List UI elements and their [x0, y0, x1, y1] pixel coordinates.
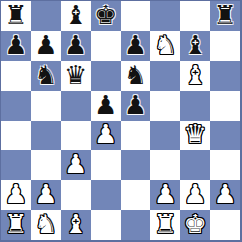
square-b8[interactable]	[31, 1, 61, 31]
square-a1[interactable]: ♜	[1, 210, 31, 240]
square-c3[interactable]: ♟	[61, 150, 91, 180]
square-d7[interactable]	[91, 31, 121, 61]
piece-white-queen: ♛	[184, 121, 207, 147]
piece-black-knight: ♞	[124, 62, 147, 88]
square-c2[interactable]	[61, 180, 91, 210]
square-h3[interactable]	[210, 150, 240, 180]
square-f8[interactable]	[150, 1, 180, 31]
square-g7[interactable]: ♝	[180, 31, 210, 61]
piece-black-pawn: ♟	[34, 32, 57, 58]
square-h8[interactable]: ♜	[210, 1, 240, 31]
square-f1[interactable]: ♜	[150, 210, 180, 240]
square-e5[interactable]: ♟	[121, 91, 151, 121]
piece-white-pawn: ♟	[154, 181, 177, 207]
square-e1[interactable]	[121, 210, 151, 240]
piece-white-rook: ♜	[154, 211, 177, 237]
square-d4[interactable]: ♟	[91, 121, 121, 151]
piece-white-pawn: ♟	[34, 181, 57, 207]
piece-white-rook: ♜	[4, 211, 27, 237]
piece-white-pawn: ♟	[213, 181, 236, 207]
square-d3[interactable]	[91, 150, 121, 180]
piece-black-king: ♚	[94, 2, 117, 28]
square-c6[interactable]: ♛	[61, 61, 91, 91]
square-a8[interactable]: ♜	[1, 1, 31, 31]
piece-black-bishop: ♝	[184, 32, 207, 58]
piece-white-bishop: ♝	[64, 211, 87, 237]
square-d5[interactable]: ♟	[91, 91, 121, 121]
piece-white-pawn: ♟	[184, 181, 207, 207]
square-e2[interactable]	[121, 180, 151, 210]
square-b7[interactable]: ♟	[31, 31, 61, 61]
square-c1[interactable]: ♝	[61, 210, 91, 240]
piece-white-knight: ♞	[34, 211, 57, 237]
square-b4[interactable]	[31, 121, 61, 151]
piece-black-rook: ♜	[213, 2, 236, 28]
square-a3[interactable]	[1, 150, 31, 180]
piece-white-bishop: ♝	[184, 62, 207, 88]
square-g3[interactable]	[180, 150, 210, 180]
piece-white-king: ♚	[184, 211, 207, 237]
piece-black-bishop: ♝	[64, 2, 87, 28]
square-a5[interactable]	[1, 91, 31, 121]
square-d8[interactable]: ♚	[91, 1, 121, 31]
piece-black-pawn: ♟	[64, 32, 87, 58]
piece-white-pawn: ♟	[4, 181, 27, 207]
square-b1[interactable]: ♞	[31, 210, 61, 240]
square-c4[interactable]	[61, 121, 91, 151]
square-e6[interactable]: ♞	[121, 61, 151, 91]
square-e8[interactable]	[121, 1, 151, 31]
square-c7[interactable]: ♟	[61, 31, 91, 61]
piece-black-pawn: ♟	[124, 32, 147, 58]
piece-black-queen: ♛	[64, 62, 87, 88]
square-h5[interactable]	[210, 91, 240, 121]
square-h6[interactable]	[210, 61, 240, 91]
square-a2[interactable]: ♟	[1, 180, 31, 210]
piece-black-pawn: ♟	[94, 92, 117, 118]
piece-black-pawn: ♟	[124, 92, 147, 118]
square-b2[interactable]: ♟	[31, 180, 61, 210]
square-e4[interactable]	[121, 121, 151, 151]
square-d6[interactable]	[91, 61, 121, 91]
piece-black-rook: ♜	[4, 2, 27, 28]
square-f2[interactable]: ♟	[150, 180, 180, 210]
square-g6[interactable]: ♝	[180, 61, 210, 91]
square-g4[interactable]: ♛	[180, 121, 210, 151]
square-h1[interactable]	[210, 210, 240, 240]
square-f6[interactable]	[150, 61, 180, 91]
piece-black-pawn: ♟	[4, 32, 27, 58]
square-h4[interactable]	[210, 121, 240, 151]
square-g8[interactable]	[180, 1, 210, 31]
square-c5[interactable]	[61, 91, 91, 121]
square-a6[interactable]	[1, 61, 31, 91]
square-g1[interactable]: ♚	[180, 210, 210, 240]
piece-black-knight: ♞	[34, 62, 57, 88]
square-f3[interactable]	[150, 150, 180, 180]
square-b3[interactable]	[31, 150, 61, 180]
square-c8[interactable]: ♝	[61, 1, 91, 31]
square-d2[interactable]	[91, 180, 121, 210]
chess-board: ♜♝♚♜♟♟♟♟♞♝♞♛♞♝♟♟♟♛♟♟♟♟♟♟♜♞♝♜♚	[0, 0, 242, 242]
square-e3[interactable]	[121, 150, 151, 180]
square-b5[interactable]	[31, 91, 61, 121]
square-d1[interactable]	[91, 210, 121, 240]
square-a4[interactable]	[1, 121, 31, 151]
square-g5[interactable]	[180, 91, 210, 121]
piece-white-knight: ♞	[154, 32, 177, 58]
square-f4[interactable]	[150, 121, 180, 151]
square-a7[interactable]: ♟	[1, 31, 31, 61]
piece-white-pawn: ♟	[64, 151, 87, 177]
piece-white-pawn: ♟	[94, 121, 117, 147]
square-b6[interactable]: ♞	[31, 61, 61, 91]
square-h7[interactable]	[210, 31, 240, 61]
square-f5[interactable]	[150, 91, 180, 121]
square-f7[interactable]: ♞	[150, 31, 180, 61]
square-e7[interactable]: ♟	[121, 31, 151, 61]
square-g2[interactable]: ♟	[180, 180, 210, 210]
square-h2[interactable]: ♟	[210, 180, 240, 210]
